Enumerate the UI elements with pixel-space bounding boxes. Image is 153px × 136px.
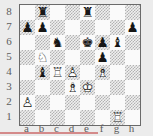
white-knight-b5: ♞♘ xyxy=(35,50,50,65)
square-f2 xyxy=(95,95,110,110)
square-e2 xyxy=(80,95,95,110)
square-b8: ♜ xyxy=(35,5,50,20)
square-e3: ♚♔ xyxy=(80,80,95,95)
square-c7 xyxy=(50,20,65,35)
square-a8 xyxy=(20,5,35,20)
square-f6: ♟ xyxy=(95,35,110,50)
chess-diagram: 87654321 ♜♜♟♟♟♞♚♟♝♞♘♟♝♜♖♟♙♝♗♝♗♚♔♟♙♜♖ abc… xyxy=(0,0,153,136)
square-h2 xyxy=(125,95,140,110)
file-label-h: h xyxy=(124,122,139,134)
piece-outline: ♗ xyxy=(95,65,110,80)
square-f4: ♝♗ xyxy=(95,65,110,80)
rank-label-7: 7 xyxy=(0,19,18,34)
file-label-g: g xyxy=(109,122,124,134)
black-pawn-a7: ♟ xyxy=(20,20,35,35)
square-d2 xyxy=(65,95,80,110)
square-d8 xyxy=(65,5,80,20)
rank-label-5: 5 xyxy=(0,49,18,64)
square-b3 xyxy=(35,80,50,95)
square-g2 xyxy=(110,95,125,110)
black-pawn-f5: ♟ xyxy=(95,50,110,65)
white-bishop-f4: ♝♗ xyxy=(95,65,110,80)
black-bishop-g6: ♝ xyxy=(110,35,125,50)
square-g8 xyxy=(110,5,125,20)
square-c4: ♜♖ xyxy=(50,65,65,80)
rank-label-4: 4 xyxy=(0,64,18,79)
underline-artifact xyxy=(0,132,98,134)
square-h4 xyxy=(125,65,140,80)
square-a3 xyxy=(20,80,35,95)
rank-label-3: 3 xyxy=(0,79,18,94)
square-g5 xyxy=(110,50,125,65)
square-a7: ♟ xyxy=(20,20,35,35)
black-pawn-f6: ♟ xyxy=(95,35,110,50)
square-c2 xyxy=(50,95,65,110)
piece-outline: ♙ xyxy=(20,95,35,110)
square-b4: ♝ xyxy=(35,65,50,80)
square-c5 xyxy=(50,50,65,65)
white-pawn-d4: ♟♙ xyxy=(65,65,80,80)
square-f5: ♟ xyxy=(95,50,110,65)
square-b2 xyxy=(35,95,50,110)
square-c6: ♞ xyxy=(50,35,65,50)
square-c3 xyxy=(50,80,65,95)
square-h5 xyxy=(125,50,140,65)
rank-label-2: 2 xyxy=(0,94,18,109)
square-g7 xyxy=(110,20,125,35)
piece-outline: ♔ xyxy=(80,80,95,95)
black-rook-e8: ♜ xyxy=(80,5,95,20)
chess-board: ♜♜♟♟♟♞♚♟♝♞♘♟♝♜♖♟♙♝♗♝♗♚♔♟♙♜♖ xyxy=(19,4,141,126)
black-pawn-h7: ♟ xyxy=(125,20,140,35)
square-e6: ♚ xyxy=(80,35,95,50)
piece-outline: ♗ xyxy=(65,80,80,95)
square-a6 xyxy=(20,35,35,50)
square-b6 xyxy=(35,35,50,50)
square-h8 xyxy=(125,5,140,20)
square-e7 xyxy=(80,20,95,35)
square-e8: ♜ xyxy=(80,5,95,20)
white-king-e3: ♚♔ xyxy=(80,80,95,95)
square-h7: ♟ xyxy=(125,20,140,35)
square-g6: ♝ xyxy=(110,35,125,50)
piece-outline: ♙ xyxy=(65,65,80,80)
square-h3 xyxy=(125,80,140,95)
square-a4 xyxy=(20,65,35,80)
rank-label-8: 8 xyxy=(0,4,18,19)
square-g3 xyxy=(110,80,125,95)
square-b5: ♞♘ xyxy=(35,50,50,65)
square-c8 xyxy=(50,5,65,20)
white-pawn-a2: ♟♙ xyxy=(20,95,35,110)
square-d6 xyxy=(65,35,80,50)
black-bishop-b4: ♝ xyxy=(35,65,50,80)
square-d4: ♟♙ xyxy=(65,65,80,80)
piece-outline: ♘ xyxy=(35,50,50,65)
black-rook-b8: ♜ xyxy=(35,5,50,20)
piece-outline: ♖ xyxy=(50,65,65,80)
square-f8 xyxy=(95,5,110,20)
rank-label-1: 1 xyxy=(0,109,18,124)
rank-label-6: 6 xyxy=(0,34,18,49)
square-f7 xyxy=(95,20,110,35)
square-a5 xyxy=(20,50,35,65)
square-a2: ♟♙ xyxy=(20,95,35,110)
square-g4 xyxy=(110,65,125,80)
square-d3: ♝♗ xyxy=(65,80,80,95)
rank-labels: 87654321 xyxy=(0,4,18,124)
square-b7: ♟ xyxy=(35,20,50,35)
square-h6 xyxy=(125,35,140,50)
square-e4 xyxy=(80,65,95,80)
square-e5 xyxy=(80,50,95,65)
square-d5 xyxy=(65,50,80,65)
white-rook-c4: ♜♖ xyxy=(50,65,65,80)
square-f3 xyxy=(95,80,110,95)
square-d7 xyxy=(65,20,80,35)
white-bishop-d3: ♝♗ xyxy=(65,80,80,95)
black-knight-c6: ♞ xyxy=(50,35,65,50)
black-king-e6: ♚ xyxy=(80,35,95,50)
black-pawn-b7: ♟ xyxy=(35,20,50,35)
